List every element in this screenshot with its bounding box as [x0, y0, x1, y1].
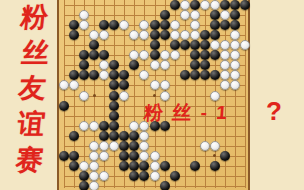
black-stone [200, 70, 210, 80]
black-stone [139, 171, 149, 181]
black-stone [79, 171, 89, 181]
black-stone [79, 50, 89, 60]
black-stone [210, 50, 220, 60]
title-char-4: 谊 [17, 111, 47, 138]
black-stone [190, 50, 200, 60]
white-stone [89, 121, 99, 131]
black-stone [89, 50, 99, 60]
white-stone [200, 141, 210, 151]
black-stone [109, 70, 119, 80]
white-stone [139, 20, 149, 30]
black-stone [109, 131, 119, 141]
black-stone [150, 30, 160, 40]
black-stone [180, 70, 190, 80]
black-stone [210, 30, 220, 40]
white-stone [160, 60, 170, 70]
white-stone [200, 0, 210, 10]
black-stone [99, 121, 109, 131]
black-stone [220, 0, 230, 10]
white-stone [99, 171, 109, 181]
question-mark: ? [266, 96, 282, 127]
black-stone [69, 30, 79, 40]
black-stone [79, 60, 89, 70]
black-stone [230, 20, 240, 30]
black-stone [230, 0, 240, 10]
white-stone [220, 70, 230, 80]
white-stone [99, 60, 109, 70]
white-stone [150, 171, 160, 181]
star-point [153, 94, 156, 97]
white-stone [150, 60, 160, 70]
star-point [213, 154, 216, 157]
black-stone [220, 20, 230, 30]
white-stone [129, 30, 139, 40]
white-stone [180, 0, 190, 10]
black-stone [220, 151, 230, 161]
white-stone [89, 141, 99, 151]
white-stone [210, 0, 220, 10]
black-stone [190, 0, 200, 10]
white-stone [190, 10, 200, 20]
black-stone [69, 131, 79, 141]
white-stone [139, 30, 149, 40]
white-stone [160, 50, 170, 60]
white-stone [170, 20, 180, 30]
black-stone [180, 40, 190, 50]
black-stone [129, 161, 139, 171]
white-stone [89, 161, 99, 171]
white-stone [220, 80, 230, 90]
black-stone [129, 151, 139, 161]
white-stone [89, 181, 99, 190]
black-stone [99, 20, 109, 30]
black-stone [190, 161, 200, 171]
black-stone [69, 161, 79, 171]
white-stone [79, 10, 89, 20]
white-stone [89, 171, 99, 181]
white-stone [150, 80, 160, 90]
white-stone [139, 151, 149, 161]
white-stone [230, 60, 240, 70]
white-stone [119, 91, 129, 101]
black-stone [160, 30, 170, 40]
black-stone [69, 151, 79, 161]
white-stone [220, 60, 230, 70]
score-label: 粉 丝 - 1 [143, 100, 230, 126]
black-stone [79, 181, 89, 190]
white-stone [79, 20, 89, 30]
grid-line-vertical [205, 0, 206, 188]
white-stone [129, 121, 139, 131]
black-stone [99, 50, 109, 60]
white-stone [99, 151, 109, 161]
black-stone [210, 70, 220, 80]
white-stone [180, 10, 190, 20]
title-char-1: 粉 [20, 4, 50, 31]
white-stone [109, 141, 119, 151]
white-stone [139, 70, 149, 80]
black-stone [109, 80, 119, 90]
black-stone [210, 20, 220, 30]
grid-line-horizontal [64, 136, 246, 137]
black-stone [170, 171, 180, 181]
black-stone [200, 30, 210, 40]
black-stone [150, 50, 160, 60]
white-stone [139, 50, 149, 60]
white-stone [99, 30, 109, 40]
white-stone [129, 50, 139, 60]
white-stone [230, 50, 240, 60]
title-char-3: 友 [18, 75, 48, 102]
black-stone [240, 0, 250, 10]
grid-line-vertical [185, 0, 186, 188]
white-stone [170, 50, 180, 60]
black-stone [160, 10, 170, 20]
black-stone [99, 131, 109, 141]
black-stone [59, 101, 69, 111]
black-stone [119, 131, 129, 141]
white-stone [230, 70, 240, 80]
title-sidebar: 粉 丝 友 谊 赛 [0, 0, 57, 190]
white-stone [79, 121, 89, 131]
black-stone [230, 10, 240, 20]
black-stone [170, 0, 180, 10]
black-stone [150, 40, 160, 50]
white-stone [79, 91, 89, 101]
black-stone [190, 70, 200, 80]
black-stone [119, 141, 129, 151]
black-stone [109, 60, 119, 70]
white-stone [139, 131, 149, 141]
white-stone [89, 30, 99, 40]
black-stone [160, 161, 170, 171]
black-stone [200, 60, 210, 70]
black-stone [59, 151, 69, 161]
black-stone [160, 20, 170, 30]
black-stone [89, 70, 99, 80]
black-stone [119, 70, 129, 80]
black-stone [119, 80, 129, 90]
black-stone [170, 40, 180, 50]
white-stone [230, 80, 240, 90]
black-stone [200, 50, 210, 60]
black-stone [129, 131, 139, 141]
white-stone [220, 50, 230, 60]
white-stone [79, 161, 89, 171]
white-stone [180, 30, 190, 40]
black-stone [119, 161, 129, 171]
go-board[interactable] [57, 0, 250, 190]
white-stone [59, 80, 69, 90]
black-stone [200, 40, 210, 50]
white-stone [230, 40, 240, 50]
black-stone [139, 161, 149, 171]
white-stone [220, 40, 230, 50]
black-stone [210, 10, 220, 20]
grid-line-vertical [245, 0, 246, 188]
black-stone [109, 91, 119, 101]
title-char-2: 丝 [21, 40, 51, 67]
black-stone [119, 151, 129, 161]
white-stone [220, 10, 230, 20]
black-stone [190, 60, 200, 70]
star-point [93, 94, 96, 97]
white-stone [99, 70, 109, 80]
white-stone [119, 20, 129, 30]
white-stone [160, 80, 170, 90]
white-stone [230, 30, 240, 40]
white-stone [69, 80, 79, 90]
black-stone [109, 20, 119, 30]
black-stone [109, 121, 119, 131]
black-stone [89, 40, 99, 50]
white-stone [240, 40, 250, 50]
white-stone [190, 30, 200, 40]
black-stone [160, 181, 170, 190]
black-stone [69, 70, 79, 80]
black-stone [129, 60, 139, 70]
white-stone [210, 141, 220, 151]
black-stone [150, 20, 160, 30]
white-stone [150, 151, 160, 161]
black-stone [190, 40, 200, 50]
black-stone [129, 171, 139, 181]
white-stone [150, 161, 160, 171]
white-stone [170, 30, 180, 40]
black-stone [69, 20, 79, 30]
white-stone [99, 141, 109, 151]
black-stone [79, 70, 89, 80]
white-stone [210, 40, 220, 50]
black-stone [210, 161, 220, 171]
black-stone [109, 101, 119, 111]
white-stone [190, 20, 200, 30]
video-frame: 粉 丝 友 谊 赛 粉 丝 - 1 ? [0, 0, 304, 190]
title-char-5: 赛 [15, 147, 45, 174]
black-stone [109, 111, 119, 121]
black-stone [129, 141, 139, 151]
white-stone [139, 141, 149, 151]
white-stone [89, 151, 99, 161]
